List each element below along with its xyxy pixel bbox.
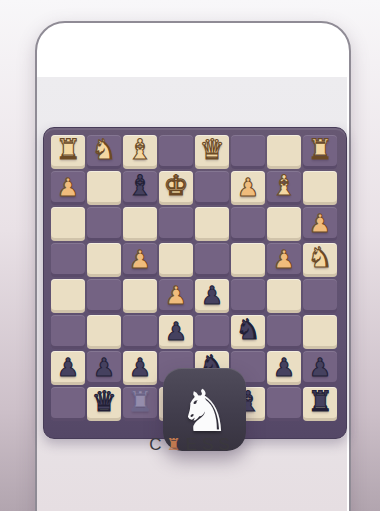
square-e5[interactable] [195,243,229,277]
square-h2[interactable]: ♟ [303,351,337,385]
white-rook: ♜ [55,136,80,164]
square-f8[interactable] [231,135,265,169]
square-h3[interactable] [303,315,337,349]
white-bishop: ♝ [127,136,152,164]
square-b8[interactable]: ♞ [87,135,121,169]
square-c5[interactable]: ♟ [123,243,157,277]
square-b3[interactable] [87,315,121,349]
square-h4[interactable] [303,279,337,313]
square-d3[interactable]: ♟ [159,315,193,349]
square-f7[interactable]: ♟ [231,171,265,205]
square-c4[interactable] [123,279,157,313]
square-g3[interactable] [267,315,301,349]
square-c7[interactable]: ♝ [123,171,157,205]
black-knight: ♞ [235,316,260,344]
square-h5[interactable]: ♞ [303,243,337,277]
white-pawn: ♟ [129,247,151,272]
square-c6[interactable] [123,207,157,241]
square-g7[interactable]: ♝ [267,171,301,205]
square-a6[interactable] [51,207,85,241]
square-d5[interactable] [159,243,193,277]
black-queen: ♛ [91,388,116,416]
black-rook: ♜ [127,388,152,416]
white-pawn: ♟ [309,211,331,236]
black-rook: ♜ [307,388,332,416]
square-f4[interactable] [231,279,265,313]
white-rook: ♜ [307,136,332,164]
white-pawn: ♟ [57,175,79,200]
square-d8[interactable] [159,135,193,169]
white-pawn: ♟ [165,283,187,308]
square-e7[interactable] [195,171,229,205]
wordmark-prefix: C [149,435,166,454]
square-f3[interactable]: ♞ [231,315,265,349]
square-h1[interactable]: ♜ [303,387,337,421]
square-a4[interactable] [51,279,85,313]
square-f5[interactable] [231,243,265,277]
square-a2[interactable]: ♟ [51,351,85,385]
black-pawn: ♟ [93,355,115,380]
square-g1[interactable] [267,387,301,421]
rook-letter-icon: ♜ [166,435,185,454]
square-c8[interactable]: ♝ [123,135,157,169]
square-d6[interactable] [159,207,193,241]
square-a3[interactable] [51,315,85,349]
square-b7[interactable] [87,171,121,205]
white-queen: ♛ [199,136,224,164]
white-king: ♚ [163,172,188,200]
square-h7[interactable] [303,171,337,205]
screenshot-canvas: ♜♞♝♛♜♟♝♚♟♝♟♟♟♞♟♟♟♞♟♟♟♞♟♟♛♜♚♝♜ ♞ C♜ESS [0,0,380,511]
square-g6[interactable] [267,207,301,241]
square-g2[interactable]: ♟ [267,351,301,385]
square-h6[interactable]: ♟ [303,207,337,241]
square-e8[interactable]: ♛ [195,135,229,169]
square-e6[interactable] [195,207,229,241]
square-e3[interactable] [195,315,229,349]
square-c1[interactable]: ♜ [123,387,157,421]
square-d4[interactable]: ♟ [159,279,193,313]
square-f6[interactable] [231,207,265,241]
black-pawn: ♟ [57,355,79,380]
white-pawn: ♟ [273,247,295,272]
white-knight: ♞ [307,244,332,272]
square-g5[interactable]: ♟ [267,243,301,277]
square-b4[interactable] [87,279,121,313]
wordmark-suffix: ESS [186,435,235,454]
black-pawn: ♟ [165,319,187,344]
app-wordmark: C♜ESS [37,435,347,455]
square-a5[interactable] [51,243,85,277]
square-e4[interactable]: ♟ [195,279,229,313]
square-a8[interactable]: ♜ [51,135,85,169]
black-pawn: ♟ [201,283,223,308]
square-a7[interactable]: ♟ [51,171,85,205]
square-a1[interactable] [51,387,85,421]
white-knight: ♞ [91,136,116,164]
knight-icon: ♞ [179,382,231,440]
square-d7[interactable]: ♚ [159,171,193,205]
square-h8[interactable]: ♜ [303,135,337,169]
square-b1[interactable]: ♛ [87,387,121,421]
white-bishop: ♝ [271,172,296,200]
black-pawn: ♟ [273,355,295,380]
square-b6[interactable] [87,207,121,241]
square-c3[interactable] [123,315,157,349]
square-b5[interactable] [87,243,121,277]
square-g8[interactable] [267,135,301,169]
square-c2[interactable]: ♟ [123,351,157,385]
black-pawn: ♟ [309,355,331,380]
white-pawn: ♟ [237,175,259,200]
square-g4[interactable] [267,279,301,313]
square-b2[interactable]: ♟ [87,351,121,385]
black-bishop: ♝ [127,172,152,200]
black-pawn: ♟ [129,355,151,380]
